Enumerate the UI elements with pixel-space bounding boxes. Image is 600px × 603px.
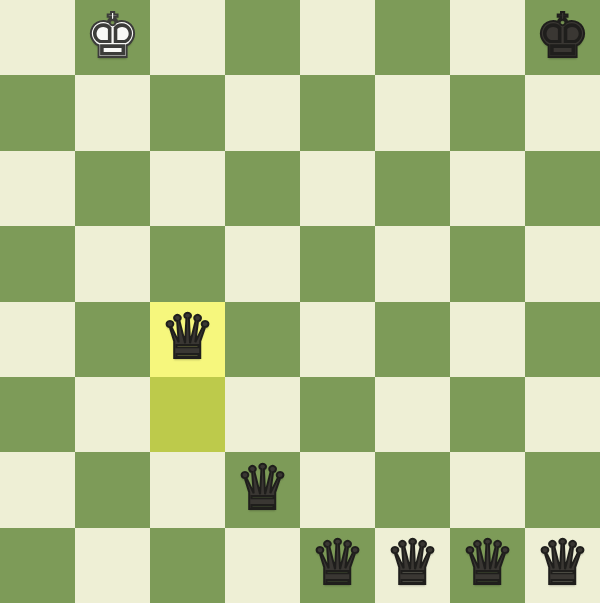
square-a2[interactable] <box>0 452 75 527</box>
square-f1[interactable]: ♛ <box>375 528 450 603</box>
square-f2[interactable] <box>375 452 450 527</box>
square-g4[interactable] <box>450 302 525 377</box>
square-h2[interactable] <box>525 452 600 527</box>
square-g6[interactable] <box>450 151 525 226</box>
square-d4[interactable] <box>225 302 300 377</box>
square-c2[interactable] <box>150 452 225 527</box>
piece-black-queen[interactable]: ♛ <box>460 532 516 594</box>
square-c4[interactable]: ♛ <box>150 302 225 377</box>
square-d1[interactable] <box>225 528 300 603</box>
square-d2[interactable]: ♛ <box>225 452 300 527</box>
piece-white-king[interactable]: ♚ <box>85 5 141 67</box>
square-b1[interactable] <box>75 528 150 603</box>
square-e7[interactable] <box>300 75 375 150</box>
square-h8[interactable]: ♚ <box>525 0 600 75</box>
square-e1[interactable]: ♛ <box>300 528 375 603</box>
square-d7[interactable] <box>225 75 300 150</box>
square-e6[interactable] <box>300 151 375 226</box>
square-e4[interactable] <box>300 302 375 377</box>
square-a5[interactable] <box>0 226 75 301</box>
square-b7[interactable] <box>75 75 150 150</box>
square-a8[interactable] <box>0 0 75 75</box>
square-b5[interactable] <box>75 226 150 301</box>
square-f7[interactable] <box>375 75 450 150</box>
chess-board-container: ♚♚♛♛♛♛♛♛ <box>0 0 600 603</box>
square-d8[interactable] <box>225 0 300 75</box>
piece-black-king[interactable]: ♚ <box>535 5 591 67</box>
square-b4[interactable] <box>75 302 150 377</box>
square-c8[interactable] <box>150 0 225 75</box>
square-g1[interactable]: ♛ <box>450 528 525 603</box>
square-g7[interactable] <box>450 75 525 150</box>
square-e3[interactable] <box>300 377 375 452</box>
square-h4[interactable] <box>525 302 600 377</box>
square-a7[interactable] <box>0 75 75 150</box>
piece-black-queen[interactable]: ♛ <box>385 532 441 594</box>
square-d6[interactable] <box>225 151 300 226</box>
square-a1[interactable] <box>0 528 75 603</box>
square-c3[interactable] <box>150 377 225 452</box>
square-b3[interactable] <box>75 377 150 452</box>
square-a3[interactable] <box>0 377 75 452</box>
piece-black-queen[interactable]: ♛ <box>235 457 291 519</box>
square-a6[interactable] <box>0 151 75 226</box>
square-g2[interactable] <box>450 452 525 527</box>
square-h1[interactable]: ♛ <box>525 528 600 603</box>
square-c6[interactable] <box>150 151 225 226</box>
square-d3[interactable] <box>225 377 300 452</box>
square-h5[interactable] <box>525 226 600 301</box>
square-c7[interactable] <box>150 75 225 150</box>
square-g5[interactable] <box>450 226 525 301</box>
square-b8[interactable]: ♚ <box>75 0 150 75</box>
square-e5[interactable] <box>300 226 375 301</box>
square-b6[interactable] <box>75 151 150 226</box>
square-d5[interactable] <box>225 226 300 301</box>
square-e2[interactable] <box>300 452 375 527</box>
square-e8[interactable] <box>300 0 375 75</box>
square-g8[interactable] <box>450 0 525 75</box>
square-c1[interactable] <box>150 528 225 603</box>
piece-black-queen[interactable]: ♛ <box>160 306 216 368</box>
square-b2[interactable] <box>75 452 150 527</box>
square-f4[interactable] <box>375 302 450 377</box>
square-f8[interactable] <box>375 0 450 75</box>
square-g3[interactable] <box>450 377 525 452</box>
square-h6[interactable] <box>525 151 600 226</box>
square-f3[interactable] <box>375 377 450 452</box>
square-a4[interactable] <box>0 302 75 377</box>
square-h7[interactable] <box>525 75 600 150</box>
piece-black-queen[interactable]: ♛ <box>535 532 591 594</box>
square-f6[interactable] <box>375 151 450 226</box>
square-f5[interactable] <box>375 226 450 301</box>
square-h3[interactable] <box>525 377 600 452</box>
piece-black-queen[interactable]: ♛ <box>310 532 366 594</box>
square-c5[interactable] <box>150 226 225 301</box>
chess-board: ♚♚♛♛♛♛♛♛ <box>0 0 600 603</box>
